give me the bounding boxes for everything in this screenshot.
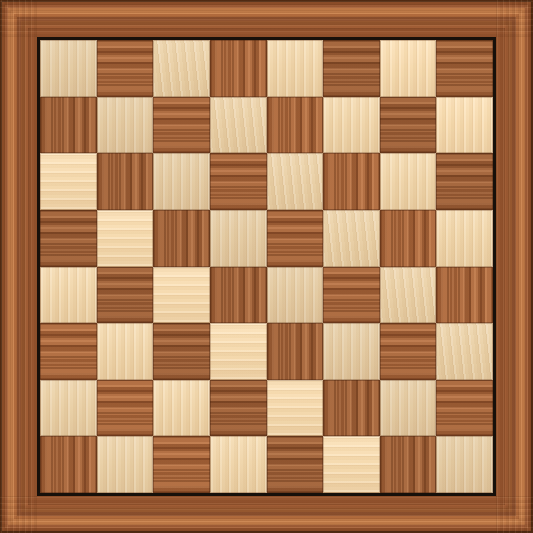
square-g3[interactable] [380,323,437,380]
square-c6[interactable] [153,153,210,210]
square-f8[interactable] [323,40,380,97]
square-f3[interactable] [323,323,380,380]
square-c3[interactable] [153,323,210,380]
board-frame [0,0,533,533]
square-d7[interactable] [210,97,267,154]
square-b5[interactable] [97,210,154,267]
square-h3[interactable] [436,323,493,380]
square-c2[interactable] [153,380,210,437]
square-e7[interactable] [267,97,324,154]
square-c5[interactable] [153,210,210,267]
square-a5[interactable] [40,210,97,267]
square-e6[interactable] [267,153,324,210]
board-border-line [37,37,496,496]
square-g7[interactable] [380,97,437,154]
square-f2[interactable] [323,380,380,437]
square-d4[interactable] [210,267,267,324]
board-apron [28,28,505,505]
square-b8[interactable] [97,40,154,97]
square-b3[interactable] [97,323,154,380]
square-a3[interactable] [40,323,97,380]
square-c1[interactable] [153,436,210,493]
chess-board [40,40,493,493]
square-h1[interactable] [436,436,493,493]
square-d2[interactable] [210,380,267,437]
square-e3[interactable] [267,323,324,380]
square-f5[interactable] [323,210,380,267]
square-f1[interactable] [323,436,380,493]
square-g1[interactable] [380,436,437,493]
square-g2[interactable] [380,380,437,437]
square-g4[interactable] [380,267,437,324]
square-f7[interactable] [323,97,380,154]
square-f4[interactable] [323,267,380,324]
square-g5[interactable] [380,210,437,267]
square-h5[interactable] [436,210,493,267]
square-b6[interactable] [97,153,154,210]
square-g6[interactable] [380,153,437,210]
square-b1[interactable] [97,436,154,493]
square-d1[interactable] [210,436,267,493]
square-c4[interactable] [153,267,210,324]
square-e8[interactable] [267,40,324,97]
square-a4[interactable] [40,267,97,324]
square-e4[interactable] [267,267,324,324]
square-b7[interactable] [97,97,154,154]
square-h8[interactable] [436,40,493,97]
square-c7[interactable] [153,97,210,154]
square-h6[interactable] [436,153,493,210]
square-e2[interactable] [267,380,324,437]
square-a7[interactable] [40,97,97,154]
square-a1[interactable] [40,436,97,493]
square-a8[interactable] [40,40,97,97]
square-a2[interactable] [40,380,97,437]
square-b2[interactable] [97,380,154,437]
square-e1[interactable] [267,436,324,493]
square-d8[interactable] [210,40,267,97]
square-d6[interactable] [210,153,267,210]
square-h7[interactable] [436,97,493,154]
square-h2[interactable] [436,380,493,437]
square-d3[interactable] [210,323,267,380]
square-b4[interactable] [97,267,154,324]
square-c8[interactable] [153,40,210,97]
square-a6[interactable] [40,153,97,210]
square-h4[interactable] [436,267,493,324]
square-f6[interactable] [323,153,380,210]
square-d5[interactable] [210,210,267,267]
square-g8[interactable] [380,40,437,97]
square-e5[interactable] [267,210,324,267]
